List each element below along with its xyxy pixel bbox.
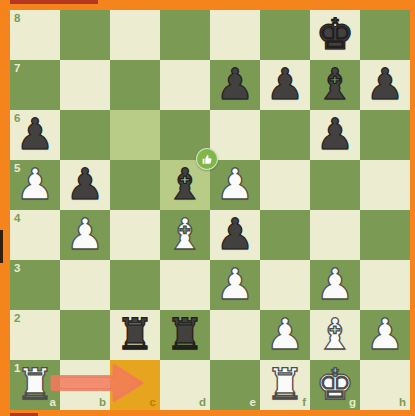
- square-g1[interactable]: ♚: [310, 360, 360, 410]
- white-rook[interactable]: ♜: [10, 360, 60, 410]
- square-f1[interactable]: ♜: [260, 360, 310, 410]
- square-f4[interactable]: [260, 210, 310, 260]
- square-c7[interactable]: [110, 60, 160, 110]
- square-f6[interactable]: [260, 110, 310, 160]
- square-e8[interactable]: [210, 10, 260, 60]
- square-c1[interactable]: [110, 360, 160, 410]
- white-pawn[interactable]: ♟: [260, 310, 310, 360]
- cropped-ui-artifact-left: [0, 230, 3, 263]
- square-h2[interactable]: ♟: [360, 310, 410, 360]
- square-c4[interactable]: [110, 210, 160, 260]
- square-h1[interactable]: [360, 360, 410, 410]
- square-b2[interactable]: [60, 310, 110, 360]
- square-d7[interactable]: [160, 60, 210, 110]
- square-h7[interactable]: ♟: [360, 60, 410, 110]
- black-pawn[interactable]: ♟: [360, 60, 410, 110]
- square-g5[interactable]: [310, 160, 360, 210]
- square-e4[interactable]: ♟: [210, 210, 260, 260]
- square-h4[interactable]: [360, 210, 410, 260]
- black-pawn[interactable]: ♟: [210, 60, 260, 110]
- white-rook[interactable]: ♜: [260, 360, 310, 410]
- white-pawn[interactable]: ♟: [60, 210, 110, 260]
- square-e7[interactable]: ♟: [210, 60, 260, 110]
- white-pawn[interactable]: ♟: [210, 260, 260, 310]
- square-c6[interactable]: [110, 110, 160, 160]
- square-c5[interactable]: [110, 160, 160, 210]
- square-g3[interactable]: ♟: [310, 260, 360, 310]
- square-h5[interactable]: [360, 160, 410, 210]
- square-h8[interactable]: [360, 10, 410, 60]
- square-e6[interactable]: [210, 110, 260, 160]
- square-e3[interactable]: ♟: [210, 260, 260, 310]
- square-e5[interactable]: ♟: [210, 160, 260, 210]
- square-e2[interactable]: [210, 310, 260, 360]
- square-a3[interactable]: [10, 260, 60, 310]
- square-g6[interactable]: ♟: [310, 110, 360, 160]
- chess-board: ♚♟♟♝♟♟♟♟♟♝♟♟♝♟♟♟♜♜♟♝♟♜♜♚87654321abcdefgh: [10, 10, 410, 410]
- square-d2[interactable]: ♜: [160, 310, 210, 360]
- square-e1[interactable]: [210, 360, 260, 410]
- square-b8[interactable]: [60, 10, 110, 60]
- square-d3[interactable]: [160, 260, 210, 310]
- square-a6[interactable]: ♟: [10, 110, 60, 160]
- square-d4[interactable]: ♝: [160, 210, 210, 260]
- square-a5[interactable]: ♟: [10, 160, 60, 210]
- square-g2[interactable]: ♝: [310, 310, 360, 360]
- square-a4[interactable]: [10, 210, 60, 260]
- white-pawn[interactable]: ♟: [360, 310, 410, 360]
- square-g4[interactable]: [310, 210, 360, 260]
- thumbs-up-icon: [201, 153, 214, 166]
- square-f7[interactable]: ♟: [260, 60, 310, 110]
- square-c3[interactable]: [110, 260, 160, 310]
- square-b3[interactable]: [60, 260, 110, 310]
- black-pawn[interactable]: ♟: [10, 110, 60, 160]
- black-bishop[interactable]: ♝: [310, 60, 360, 110]
- square-a8[interactable]: [10, 10, 60, 60]
- square-h3[interactable]: [360, 260, 410, 310]
- black-rook[interactable]: ♜: [110, 310, 160, 360]
- white-pawn[interactable]: ♟: [10, 160, 60, 210]
- square-f2[interactable]: ♟: [260, 310, 310, 360]
- white-bishop[interactable]: ♝: [160, 210, 210, 260]
- white-pawn[interactable]: ♟: [310, 260, 360, 310]
- square-d8[interactable]: [160, 10, 210, 60]
- good-move-badge: [196, 148, 218, 170]
- square-d1[interactable]: [160, 360, 210, 410]
- square-c2[interactable]: ♜: [110, 310, 160, 360]
- square-b4[interactable]: ♟: [60, 210, 110, 260]
- black-king[interactable]: ♚: [310, 10, 360, 60]
- square-a2[interactable]: [10, 310, 60, 360]
- square-b5[interactable]: ♟: [60, 160, 110, 210]
- white-king[interactable]: ♚: [310, 360, 360, 410]
- black-pawn[interactable]: ♟: [260, 60, 310, 110]
- black-pawn[interactable]: ♟: [310, 110, 360, 160]
- black-rook[interactable]: ♜: [160, 310, 210, 360]
- square-a1[interactable]: ♜: [10, 360, 60, 410]
- square-h6[interactable]: [360, 110, 410, 160]
- white-bishop[interactable]: ♝: [310, 310, 360, 360]
- white-pawn[interactable]: ♟: [210, 160, 260, 210]
- black-pawn[interactable]: ♟: [60, 160, 110, 210]
- black-pawn[interactable]: ♟: [210, 210, 260, 260]
- square-g7[interactable]: ♝: [310, 60, 360, 110]
- square-a7[interactable]: [10, 60, 60, 110]
- square-c8[interactable]: [110, 10, 160, 60]
- cropped-ui-artifact-top: [10, 0, 98, 4]
- square-b6[interactable]: [60, 110, 110, 160]
- square-b1[interactable]: [60, 360, 110, 410]
- square-f3[interactable]: [260, 260, 310, 310]
- square-b7[interactable]: [60, 60, 110, 110]
- square-f5[interactable]: [260, 160, 310, 210]
- square-g8[interactable]: ♚: [310, 10, 360, 60]
- square-f8[interactable]: [260, 10, 310, 60]
